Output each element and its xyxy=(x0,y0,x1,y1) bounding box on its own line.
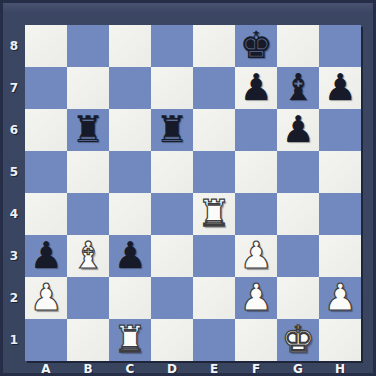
square-c4[interactable] xyxy=(109,193,151,235)
square-f1[interactable] xyxy=(235,319,277,361)
square-h5[interactable] xyxy=(319,151,361,193)
square-b2[interactable] xyxy=(67,277,109,319)
square-a1[interactable] xyxy=(25,319,67,361)
piece-black-king-f8[interactable]: ♚ xyxy=(235,25,277,67)
square-d1[interactable] xyxy=(151,319,193,361)
square-d8[interactable] xyxy=(151,25,193,67)
piece-black-pawn-f7[interactable]: ♟ xyxy=(235,67,277,109)
square-h2[interactable]: ♟ xyxy=(319,277,361,319)
square-b5[interactable] xyxy=(67,151,109,193)
square-c2[interactable] xyxy=(109,277,151,319)
file-label-e: E xyxy=(193,361,235,376)
square-e6[interactable] xyxy=(193,109,235,151)
piece-white-king-g1[interactable]: ♚ xyxy=(277,319,319,361)
rank-label-8: 8 xyxy=(3,25,25,67)
square-b8[interactable] xyxy=(67,25,109,67)
rank-label-4: 4 xyxy=(3,193,25,235)
square-g5[interactable] xyxy=(277,151,319,193)
file-label-c: C xyxy=(109,361,151,376)
chess-board[interactable]: ♚♟♝♟♜♜♟♜♟♝♟♟♟♟♟♜♚ xyxy=(25,25,361,361)
square-d6[interactable]: ♜ xyxy=(151,109,193,151)
piece-black-pawn-g6[interactable]: ♟ xyxy=(277,109,319,151)
square-b4[interactable] xyxy=(67,193,109,235)
square-h6[interactable] xyxy=(319,109,361,151)
piece-white-bishop-b3[interactable]: ♝ xyxy=(67,235,109,277)
square-b1[interactable] xyxy=(67,319,109,361)
square-h4[interactable] xyxy=(319,193,361,235)
piece-white-pawn-f2[interactable]: ♟ xyxy=(235,277,277,319)
piece-black-rook-b6[interactable]: ♜ xyxy=(67,109,109,151)
square-d5[interactable] xyxy=(151,151,193,193)
square-g8[interactable] xyxy=(277,25,319,67)
square-c5[interactable] xyxy=(109,151,151,193)
square-c1[interactable]: ♜ xyxy=(109,319,151,361)
square-h7[interactable]: ♟ xyxy=(319,67,361,109)
square-f3[interactable]: ♟ xyxy=(235,235,277,277)
file-label-g: G xyxy=(277,361,319,376)
square-h3[interactable] xyxy=(319,235,361,277)
square-c7[interactable] xyxy=(109,67,151,109)
square-a5[interactable] xyxy=(25,151,67,193)
square-g1[interactable]: ♚ xyxy=(277,319,319,361)
piece-white-pawn-h2[interactable]: ♟ xyxy=(319,277,361,319)
square-f2[interactable]: ♟ xyxy=(235,277,277,319)
square-e5[interactable] xyxy=(193,151,235,193)
square-e4[interactable]: ♜ xyxy=(193,193,235,235)
file-label-a: A xyxy=(25,361,67,376)
square-c8[interactable] xyxy=(109,25,151,67)
file-label-b: B xyxy=(67,361,109,376)
rank-label-1: 1 xyxy=(3,319,25,361)
square-a8[interactable] xyxy=(25,25,67,67)
piece-white-pawn-f3[interactable]: ♟ xyxy=(235,235,277,277)
rank-label-5: 5 xyxy=(3,151,25,193)
square-a4[interactable] xyxy=(25,193,67,235)
square-f5[interactable] xyxy=(235,151,277,193)
piece-white-pawn-a2[interactable]: ♟ xyxy=(25,277,67,319)
rank-labels: 87654321 xyxy=(3,25,25,361)
square-a6[interactable] xyxy=(25,109,67,151)
piece-black-bishop-g7[interactable]: ♝ xyxy=(277,67,319,109)
square-a2[interactable]: ♟ xyxy=(25,277,67,319)
square-c3[interactable]: ♟ xyxy=(109,235,151,277)
piece-white-rook-c1[interactable]: ♜ xyxy=(109,319,151,361)
square-e3[interactable] xyxy=(193,235,235,277)
square-d7[interactable] xyxy=(151,67,193,109)
square-a7[interactable] xyxy=(25,67,67,109)
square-c6[interactable] xyxy=(109,109,151,151)
file-labels: ABCDEFGH xyxy=(25,361,361,376)
square-b3[interactable]: ♝ xyxy=(67,235,109,277)
rank-label-7: 7 xyxy=(3,67,25,109)
square-g2[interactable] xyxy=(277,277,319,319)
square-e7[interactable] xyxy=(193,67,235,109)
file-label-f: F xyxy=(235,361,277,376)
piece-black-pawn-c3[interactable]: ♟ xyxy=(109,235,151,277)
piece-black-rook-d6[interactable]: ♜ xyxy=(151,109,193,151)
rank-label-6: 6 xyxy=(3,109,25,151)
piece-black-pawn-h7[interactable]: ♟ xyxy=(319,67,361,109)
piece-black-pawn-a3[interactable]: ♟ xyxy=(25,235,67,277)
square-e1[interactable] xyxy=(193,319,235,361)
square-f7[interactable]: ♟ xyxy=(235,67,277,109)
file-label-d: D xyxy=(151,361,193,376)
square-f4[interactable] xyxy=(235,193,277,235)
chess-board-widget: 87654321 ♚♟♝♟♜♜♟♜♟♝♟♟♟♟♟♜♚ ABCDEFGH xyxy=(0,0,376,376)
square-f8[interactable]: ♚ xyxy=(235,25,277,67)
square-d2[interactable] xyxy=(151,277,193,319)
square-b6[interactable]: ♜ xyxy=(67,109,109,151)
square-e8[interactable] xyxy=(193,25,235,67)
square-b7[interactable] xyxy=(67,67,109,109)
rank-label-3: 3 xyxy=(3,235,25,277)
square-e2[interactable] xyxy=(193,277,235,319)
square-h1[interactable] xyxy=(319,319,361,361)
square-g4[interactable] xyxy=(277,193,319,235)
square-f6[interactable] xyxy=(235,109,277,151)
square-g7[interactable]: ♝ xyxy=(277,67,319,109)
square-a3[interactable]: ♟ xyxy=(25,235,67,277)
rank-label-2: 2 xyxy=(3,277,25,319)
square-h8[interactable] xyxy=(319,25,361,67)
square-g3[interactable] xyxy=(277,235,319,277)
file-label-h: H xyxy=(319,361,361,376)
square-g6[interactable]: ♟ xyxy=(277,109,319,151)
square-d4[interactable] xyxy=(151,193,193,235)
square-d3[interactable] xyxy=(151,235,193,277)
piece-white-rook-e4[interactable]: ♜ xyxy=(193,193,235,235)
